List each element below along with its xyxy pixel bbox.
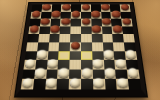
red-piece-r10c6[interactable]	[82, 4, 91, 10]
white-piece-r2c2[interactable]	[35, 69, 46, 78]
white-piece-r2c6[interactable]	[82, 69, 92, 78]
square-r7c3[interactable]	[49, 26, 60, 34]
red-piece-r8c4[interactable]	[61, 18, 70, 25]
white-piece-r1c1[interactable]	[22, 78, 34, 87]
square-r3c7[interactable]	[92, 60, 104, 69]
red-piece-r10c4[interactable]	[62, 4, 71, 10]
red-piece-r10c2[interactable]	[42, 4, 51, 10]
square-r1c4[interactable]	[57, 79, 69, 89]
red-piece-r8c10[interactable]	[122, 18, 132, 25]
checkers-board	[15, 3, 147, 97]
square-r1c2[interactable]	[33, 79, 46, 89]
red-piece-r8c2[interactable]	[41, 18, 51, 25]
white-piece-r1c3[interactable]	[46, 78, 57, 87]
red-piece-r10c10[interactable]	[120, 4, 129, 10]
square-r8c6[interactable]	[81, 19, 91, 27]
square-r2c10[interactable]	[127, 69, 140, 79]
white-piece-r4c2[interactable]	[37, 50, 48, 58]
square-r3c9[interactable]	[115, 60, 127, 69]
white-piece-r3c1[interactable]	[24, 59, 35, 67]
square-r8c5[interactable]	[71, 19, 81, 27]
square-r5c6[interactable]	[81, 42, 92, 51]
white-piece-r2c8[interactable]	[105, 69, 116, 78]
square-r1c3[interactable]	[45, 79, 58, 89]
square-r4c5[interactable]	[70, 51, 81, 60]
red-piece-r7c9[interactable]	[112, 26, 122, 33]
square-r9c7[interactable]	[91, 11, 101, 18]
white-piece-r3c7[interactable]	[93, 59, 103, 67]
square-r3c3[interactable]	[47, 60, 59, 69]
square-r5c7[interactable]	[92, 42, 103, 51]
square-r5c3[interactable]	[48, 42, 59, 51]
square-r7c6[interactable]	[81, 26, 92, 34]
red-piece-r9c7[interactable]	[91, 11, 100, 17]
square-r7c7[interactable]	[91, 26, 102, 34]
red-piece-r7c3[interactable]	[50, 26, 60, 33]
square-r1c5[interactable]	[69, 79, 81, 89]
square-r2c8[interactable]	[104, 69, 116, 79]
square-r8c10[interactable]	[121, 19, 132, 27]
white-piece-r1c9[interactable]	[117, 78, 128, 87]
square-r1c7[interactable]	[93, 79, 105, 89]
square-r4c6[interactable]	[81, 51, 92, 60]
square-r5c5[interactable]	[70, 42, 81, 51]
red-piece-r10c8[interactable]	[101, 4, 110, 10]
square-r9c9[interactable]	[111, 11, 122, 18]
square-r1c8[interactable]	[105, 79, 118, 89]
red-piece-r9c3[interactable]	[51, 11, 60, 17]
square-r8c4[interactable]	[60, 19, 71, 27]
white-piece-r1c5[interactable]	[70, 78, 81, 87]
white-piece-r4c10[interactable]	[126, 50, 137, 58]
square-r10c10[interactable]	[120, 4, 131, 11]
square-r3c5[interactable]	[69, 60, 81, 69]
red-piece-r8c8[interactable]	[102, 18, 111, 25]
square-r1c6[interactable]	[81, 79, 93, 89]
wood-table-background	[0, 0, 160, 100]
square-r6c10[interactable]	[123, 34, 135, 42]
red-piece-r7c1[interactable]	[29, 26, 39, 33]
square-r4c8[interactable]	[103, 51, 115, 60]
white-piece-r3c9[interactable]	[115, 59, 126, 67]
square-r5c4[interactable]	[59, 42, 70, 51]
square-r7c10[interactable]	[122, 26, 133, 34]
square-r10c8[interactable]	[100, 4, 110, 11]
red-piece-r8c6[interactable]	[82, 18, 91, 25]
square-r8c8[interactable]	[101, 19, 112, 27]
white-piece-r1c7[interactable]	[93, 78, 104, 87]
white-piece-r2c10[interactable]	[128, 69, 139, 78]
square-r7c9[interactable]	[112, 26, 123, 34]
square-r6c3[interactable]	[49, 34, 60, 42]
square-r9c5[interactable]	[71, 11, 81, 18]
red-piece-r9c5[interactable]	[72, 11, 81, 17]
square-r2c6[interactable]	[81, 69, 93, 79]
red-piece-r5c5[interactable]	[71, 42, 81, 49]
square-r6c8[interactable]	[102, 34, 113, 42]
white-piece-r4c8[interactable]	[104, 50, 114, 58]
square-r8c2[interactable]	[40, 19, 51, 27]
board-grid	[21, 4, 141, 89]
square-r10c4[interactable]	[61, 4, 71, 11]
square-r1c9[interactable]	[116, 79, 129, 89]
square-r6c6[interactable]	[81, 34, 92, 42]
square-r6c2[interactable]	[38, 34, 49, 42]
square-r2c2[interactable]	[34, 69, 47, 79]
square-r10c6[interactable]	[81, 4, 91, 11]
square-r6c7[interactable]	[92, 34, 103, 42]
square-r4c10[interactable]	[125, 51, 137, 60]
square-r7c4[interactable]	[60, 26, 71, 34]
square-r2c4[interactable]	[57, 69, 69, 79]
square-r9c3[interactable]	[51, 11, 62, 18]
square-r6c4[interactable]	[59, 34, 70, 42]
square-r10c2[interactable]	[41, 4, 51, 11]
red-piece-r7c7[interactable]	[92, 26, 101, 33]
white-piece-r2c4[interactable]	[58, 69, 69, 78]
square-r1c10[interactable]	[128, 79, 141, 89]
red-piece-r9c9[interactable]	[111, 11, 120, 17]
red-piece-r9c1[interactable]	[31, 11, 41, 17]
white-piece-r3c3[interactable]	[47, 59, 58, 67]
square-r4c2[interactable]	[36, 51, 48, 60]
square-r4c4[interactable]	[59, 51, 70, 60]
square-r7c5[interactable]	[70, 26, 81, 34]
square-r7c8[interactable]	[102, 26, 113, 34]
square-r7c2[interactable]	[39, 26, 50, 34]
